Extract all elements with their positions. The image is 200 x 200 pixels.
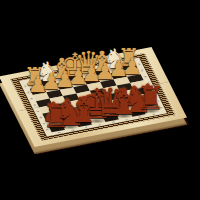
- white-pawn[interactable]: ♟: [95, 59, 115, 81]
- black-bishop[interactable]: ♝: [68, 92, 100, 127]
- black-rook[interactable]: ♜: [136, 82, 165, 114]
- black-bishop[interactable]: ♝: [108, 84, 140, 119]
- chess-set-photo: hhggffeeddccbbaa1122334455667788 ♜♞♝♚♛♝♞…: [0, 0, 200, 200]
- white-pawn[interactable]: ♟: [122, 54, 142, 76]
- white-pawn[interactable]: ♟: [55, 67, 75, 89]
- pieces-layer: ♜♞♝♚♛♝♞♜♟♟♟♟♟♟♟♟♟♟♟♟♟♟♟♟♜♞♝♚♛♝♞♜: [0, 0, 200, 200]
